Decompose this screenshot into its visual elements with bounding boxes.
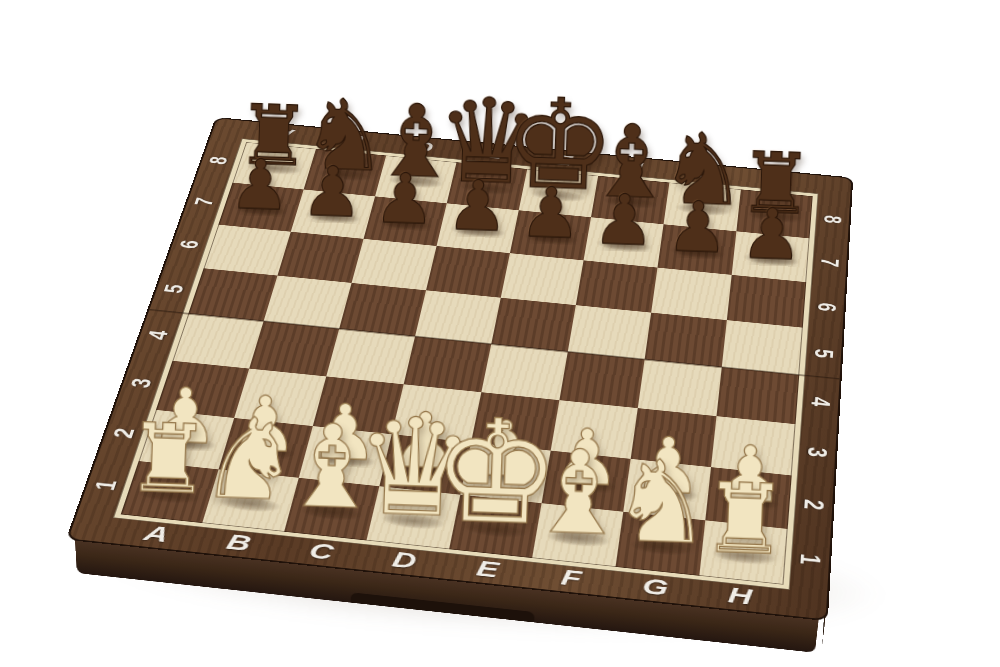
scene: ♜♞♝♛♚♝♞♜♟♟♟♟♟♟♟♟♟♟♟♟♟♟♟♟♜♞♝♛♚♝♞♜ ABCDEFG… (129, 0, 853, 667)
square-c6[interactable] (352, 239, 437, 290)
file-label-bottom-F: F (548, 563, 596, 593)
square-b6[interactable] (277, 232, 363, 283)
photo-background: ♜♞♝♛♚♝♞♜♟♟♟♟♟♟♟♟♟♟♟♟♟♟♟♟♜♞♝♛♚♝♞♜ ABCDEFG… (0, 0, 1000, 667)
square-e6[interactable] (501, 253, 584, 305)
file-label-bottom-G: G (632, 572, 679, 602)
square-f6[interactable] (576, 260, 658, 312)
rank-label-right-6: 6 (810, 294, 845, 321)
piece-white-rook-h1[interactable]: ♜ (683, 399, 808, 566)
square-c7[interactable] (364, 196, 447, 246)
square-h8[interactable] (736, 189, 812, 238)
square-a7[interactable] (218, 183, 303, 232)
file-label-bottom-B: B (214, 528, 264, 557)
square-g6[interactable] (651, 268, 732, 321)
square-c8[interactable] (375, 156, 456, 204)
finger-notch (351, 592, 535, 622)
square-b8[interactable] (304, 149, 387, 197)
square-g7[interactable] (657, 224, 736, 275)
square-f7[interactable] (584, 217, 664, 267)
white-rook-icon: ♜ (700, 474, 789, 565)
square-h6[interactable] (727, 275, 806, 328)
square-e8[interactable] (519, 169, 598, 217)
square-h7[interactable] (732, 231, 810, 282)
square-e7[interactable] (510, 210, 591, 260)
square-f8[interactable] (591, 176, 669, 225)
square-a6[interactable] (204, 225, 291, 276)
file-label-bottom-H: H (717, 581, 763, 611)
square-d7[interactable] (437, 203, 519, 253)
square-b7[interactable] (291, 189, 375, 238)
square-d6[interactable] (426, 246, 510, 298)
chess-board: ♜♞♝♛♚♝♞♜♟♟♟♟♟♟♟♟♟♟♟♟♟♟♟♟♜♞♝♛♚♝♞♜ ABCDEFG… (66, 117, 853, 621)
square-g8[interactable] (664, 183, 741, 232)
file-label-bottom-A: A (131, 519, 181, 548)
square-d8[interactable] (447, 162, 527, 210)
file-label-bottom-E: E (464, 554, 512, 584)
square-a8[interactable] (232, 142, 316, 189)
